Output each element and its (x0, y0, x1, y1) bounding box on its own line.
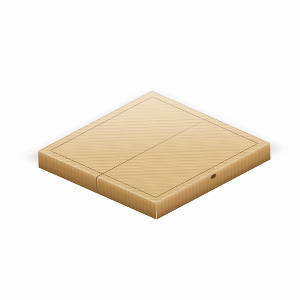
fold-seam-side (96, 177, 98, 194)
clasp-hook (211, 173, 216, 179)
product-photo (0, 0, 300, 300)
chess-board (38, 91, 270, 203)
board-top (38, 91, 270, 203)
